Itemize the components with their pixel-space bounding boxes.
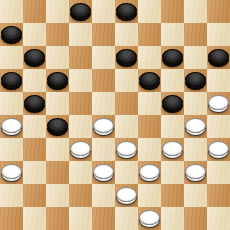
- square-12[interactable]: [69, 46, 92, 69]
- black-man[interactable]: [139, 72, 160, 87]
- square-30[interactable]: [184, 115, 207, 138]
- black-man[interactable]: [47, 118, 68, 133]
- light-square: [0, 0, 23, 23]
- square-21[interactable]: [23, 92, 46, 115]
- light-square: [161, 207, 184, 230]
- light-square: [161, 161, 184, 184]
- light-square: [138, 184, 161, 207]
- square-24[interactable]: [161, 92, 184, 115]
- light-square: [23, 23, 46, 46]
- light-square: [184, 92, 207, 115]
- square-35[interactable]: [207, 138, 230, 161]
- white-man[interactable]: [70, 141, 91, 156]
- black-man[interactable]: [1, 72, 22, 87]
- light-square: [207, 69, 230, 92]
- checkers-board: [0, 0, 230, 230]
- light-square: [92, 92, 115, 115]
- square-42[interactable]: [69, 184, 92, 207]
- square-23[interactable]: [115, 92, 138, 115]
- white-man[interactable]: [162, 141, 183, 156]
- light-square: [207, 23, 230, 46]
- black-man[interactable]: [116, 3, 137, 18]
- square-2[interactable]: [69, 0, 92, 23]
- light-square: [161, 115, 184, 138]
- light-square: [138, 46, 161, 69]
- square-29[interactable]: [138, 115, 161, 138]
- light-square: [92, 0, 115, 23]
- light-square: [184, 184, 207, 207]
- square-5[interactable]: [207, 0, 230, 23]
- light-square: [0, 184, 23, 207]
- black-man[interactable]: [70, 3, 91, 18]
- light-square: [69, 115, 92, 138]
- square-41[interactable]: [23, 184, 46, 207]
- square-49[interactable]: [138, 207, 161, 230]
- square-45[interactable]: [207, 184, 230, 207]
- light-square: [92, 138, 115, 161]
- light-square: [23, 161, 46, 184]
- white-man[interactable]: [1, 118, 22, 133]
- square-27[interactable]: [46, 115, 69, 138]
- square-8[interactable]: [92, 23, 115, 46]
- square-26[interactable]: [0, 115, 23, 138]
- square-46[interactable]: [0, 207, 23, 230]
- black-man[interactable]: [162, 49, 183, 64]
- square-19[interactable]: [138, 69, 161, 92]
- light-square: [138, 0, 161, 23]
- square-48[interactable]: [92, 207, 115, 230]
- square-28[interactable]: [92, 115, 115, 138]
- light-square: [184, 138, 207, 161]
- light-square: [207, 115, 230, 138]
- square-40[interactable]: [184, 161, 207, 184]
- square-32[interactable]: [69, 138, 92, 161]
- black-man[interactable]: [116, 49, 137, 64]
- square-7[interactable]: [46, 23, 69, 46]
- square-31[interactable]: [23, 138, 46, 161]
- white-man[interactable]: [139, 210, 160, 225]
- black-man[interactable]: [24, 95, 45, 110]
- light-square: [69, 69, 92, 92]
- white-man[interactable]: [116, 141, 137, 156]
- light-square: [115, 69, 138, 92]
- white-man[interactable]: [208, 95, 229, 110]
- light-square: [69, 207, 92, 230]
- light-square: [161, 23, 184, 46]
- light-square: [138, 92, 161, 115]
- light-square: [207, 207, 230, 230]
- black-man[interactable]: [162, 95, 183, 110]
- black-man[interactable]: [24, 49, 45, 64]
- light-square: [46, 0, 69, 23]
- square-6[interactable]: [0, 23, 23, 46]
- square-44[interactable]: [161, 184, 184, 207]
- light-square: [69, 161, 92, 184]
- light-square: [92, 46, 115, 69]
- white-man[interactable]: [139, 164, 160, 179]
- square-34[interactable]: [161, 138, 184, 161]
- square-13[interactable]: [115, 46, 138, 69]
- square-15[interactable]: [207, 46, 230, 69]
- square-3[interactable]: [115, 0, 138, 23]
- white-man[interactable]: [116, 187, 137, 202]
- black-man[interactable]: [1, 26, 22, 41]
- black-man[interactable]: [47, 72, 68, 87]
- square-33[interactable]: [115, 138, 138, 161]
- black-man[interactable]: [208, 49, 229, 64]
- light-square: [115, 207, 138, 230]
- light-square: [46, 184, 69, 207]
- light-square: [115, 161, 138, 184]
- light-square: [23, 69, 46, 92]
- light-square: [23, 207, 46, 230]
- light-square: [115, 115, 138, 138]
- square-22[interactable]: [69, 92, 92, 115]
- light-square: [184, 46, 207, 69]
- light-square: [69, 23, 92, 46]
- square-18[interactable]: [92, 69, 115, 92]
- light-square: [92, 184, 115, 207]
- light-square: [46, 46, 69, 69]
- white-man[interactable]: [93, 164, 114, 179]
- light-square: [0, 138, 23, 161]
- light-square: [115, 23, 138, 46]
- square-1[interactable]: [23, 0, 46, 23]
- square-17[interactable]: [46, 69, 69, 92]
- square-11[interactable]: [23, 46, 46, 69]
- square-38[interactable]: [92, 161, 115, 184]
- white-man[interactable]: [185, 118, 206, 133]
- white-man[interactable]: [93, 118, 114, 133]
- light-square: [46, 92, 69, 115]
- square-16[interactable]: [0, 69, 23, 92]
- square-50[interactable]: [184, 207, 207, 230]
- square-20[interactable]: [184, 69, 207, 92]
- square-14[interactable]: [161, 46, 184, 69]
- square-43[interactable]: [115, 184, 138, 207]
- light-square: [0, 46, 23, 69]
- light-square: [0, 92, 23, 115]
- light-square: [138, 138, 161, 161]
- light-square: [161, 69, 184, 92]
- white-man[interactable]: [1, 164, 22, 179]
- square-9[interactable]: [138, 23, 161, 46]
- white-man[interactable]: [208, 141, 229, 156]
- light-square: [23, 115, 46, 138]
- light-square: [184, 0, 207, 23]
- square-47[interactable]: [46, 207, 69, 230]
- square-4[interactable]: [161, 0, 184, 23]
- black-man[interactable]: [185, 72, 206, 87]
- square-39[interactable]: [138, 161, 161, 184]
- square-37[interactable]: [46, 161, 69, 184]
- light-square: [207, 161, 230, 184]
- square-25[interactable]: [207, 92, 230, 115]
- light-square: [46, 138, 69, 161]
- square-10[interactable]: [184, 23, 207, 46]
- white-man[interactable]: [185, 164, 206, 179]
- square-36[interactable]: [0, 161, 23, 184]
